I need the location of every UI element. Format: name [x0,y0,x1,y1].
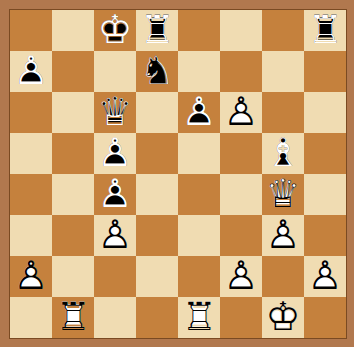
square-g3[interactable]: ♟♙ [262,215,304,256]
piece-outline-layer: ♙ [304,256,346,297]
square-c6[interactable]: ♛♕ [94,92,136,133]
piece-outline-layer: ♙ [94,133,136,174]
piece-black-pawn[interactable]: ♟♙ [10,51,52,92]
piece-white-rook[interactable]: ♜♖ [52,297,94,338]
piece-white-rook[interactable]: ♜♖ [178,297,220,338]
square-e6[interactable]: ♟♙ [178,92,220,133]
piece-white-pawn[interactable]: ♟♙ [220,256,262,297]
piece-black-pawn[interactable]: ♟♙ [178,92,220,133]
chess-board: ♚♔♜♖♜♖♟♙♞♘♛♕♟♙♟♙♟♙♝♗♟♙♛♕♟♙♟♙♟♙♟♙♟♙♜♖♜♖♚♔ [10,10,346,338]
square-d3[interactable] [136,215,178,256]
square-b6[interactable] [52,92,94,133]
piece-outline-layer: ♔ [94,10,136,51]
square-a5[interactable] [10,133,52,174]
piece-outline-layer: ♙ [94,174,136,215]
piece-outline-layer: ♘ [136,51,178,92]
square-b1[interactable]: ♜♖ [52,297,94,338]
piece-outline-layer: ♕ [94,92,136,133]
square-b4[interactable] [52,174,94,215]
square-b7[interactable] [52,51,94,92]
square-d8[interactable]: ♜♖ [136,10,178,51]
piece-outline-layer: ♙ [10,256,52,297]
square-d5[interactable] [136,133,178,174]
square-f1[interactable] [220,297,262,338]
square-h7[interactable] [304,51,346,92]
square-b3[interactable] [52,215,94,256]
piece-outline-layer: ♖ [52,297,94,338]
piece-outline-layer: ♖ [178,297,220,338]
square-a6[interactable] [10,92,52,133]
square-h6[interactable] [304,92,346,133]
square-c5[interactable]: ♟♙ [94,133,136,174]
square-h4[interactable] [304,174,346,215]
square-e5[interactable] [178,133,220,174]
square-d1[interactable] [136,297,178,338]
square-a1[interactable] [10,297,52,338]
piece-outline-layer: ♖ [304,10,346,51]
square-a3[interactable] [10,215,52,256]
square-b2[interactable] [52,256,94,297]
square-h3[interactable] [304,215,346,256]
square-d7[interactable]: ♞♘ [136,51,178,92]
square-f8[interactable] [220,10,262,51]
piece-outline-layer: ♙ [178,92,220,133]
square-e1[interactable]: ♜♖ [178,297,220,338]
piece-white-pawn[interactable]: ♟♙ [304,256,346,297]
square-c2[interactable] [94,256,136,297]
piece-white-pawn[interactable]: ♟♙ [10,256,52,297]
square-f3[interactable] [220,215,262,256]
square-f7[interactable] [220,51,262,92]
square-g6[interactable] [262,92,304,133]
square-f2[interactable]: ♟♙ [220,256,262,297]
piece-outline-layer: ♔ [262,297,304,338]
piece-white-pawn[interactable]: ♟♙ [262,215,304,256]
piece-black-bishop[interactable]: ♝♗ [262,133,304,174]
board-frame: ♚♔♜♖♜♖♟♙♞♘♛♕♟♙♟♙♟♙♝♗♟♙♛♕♟♙♟♙♟♙♟♙♟♙♜♖♜♖♚♔ [0,0,354,347]
square-a8[interactable] [10,10,52,51]
square-g4[interactable]: ♛♕ [262,174,304,215]
piece-outline-layer: ♙ [10,51,52,92]
piece-black-rook[interactable]: ♜♖ [136,10,178,51]
square-h8[interactable]: ♜♖ [304,10,346,51]
square-e8[interactable] [178,10,220,51]
square-c8[interactable]: ♚♔ [94,10,136,51]
square-e7[interactable] [178,51,220,92]
square-b8[interactable] [52,10,94,51]
piece-outline-layer: ♖ [136,10,178,51]
square-a2[interactable]: ♟♙ [10,256,52,297]
piece-outline-layer: ♙ [220,92,262,133]
piece-outline-layer: ♙ [262,215,304,256]
piece-black-pawn[interactable]: ♟♙ [94,174,136,215]
square-c3[interactable]: ♟♙ [94,215,136,256]
piece-black-pawn[interactable]: ♟♙ [94,133,136,174]
square-h5[interactable] [304,133,346,174]
square-f6[interactable]: ♟♙ [220,92,262,133]
square-d6[interactable] [136,92,178,133]
piece-white-pawn[interactable]: ♟♙ [94,215,136,256]
square-g7[interactable] [262,51,304,92]
square-f5[interactable] [220,133,262,174]
square-d4[interactable] [136,174,178,215]
piece-outline-layer: ♙ [94,215,136,256]
square-c4[interactable]: ♟♙ [94,174,136,215]
piece-white-queen[interactable]: ♛♕ [262,174,304,215]
square-e4[interactable] [178,174,220,215]
square-a7[interactable]: ♟♙ [10,51,52,92]
piece-white-king[interactable]: ♚♔ [262,297,304,338]
square-c1[interactable] [94,297,136,338]
square-h2[interactable]: ♟♙ [304,256,346,297]
square-g8[interactable] [262,10,304,51]
square-e3[interactable] [178,215,220,256]
square-d2[interactable] [136,256,178,297]
piece-outline-layer: ♕ [262,174,304,215]
square-g2[interactable] [262,256,304,297]
piece-black-knight[interactable]: ♞♘ [136,51,178,92]
square-h1[interactable] [304,297,346,338]
piece-black-queen[interactable]: ♛♕ [94,92,136,133]
piece-black-king[interactable]: ♚♔ [94,10,136,51]
square-a4[interactable] [10,174,52,215]
square-b5[interactable] [52,133,94,174]
square-g1[interactable]: ♚♔ [262,297,304,338]
piece-outline-layer: ♗ [262,133,304,174]
piece-outline-layer: ♙ [220,256,262,297]
square-g5[interactable]: ♝♗ [262,133,304,174]
square-e2[interactable] [178,256,220,297]
square-f4[interactable] [220,174,262,215]
square-c7[interactable] [94,51,136,92]
piece-black-rook[interactable]: ♜♖ [304,10,346,51]
piece-white-pawn[interactable]: ♟♙ [220,92,262,133]
